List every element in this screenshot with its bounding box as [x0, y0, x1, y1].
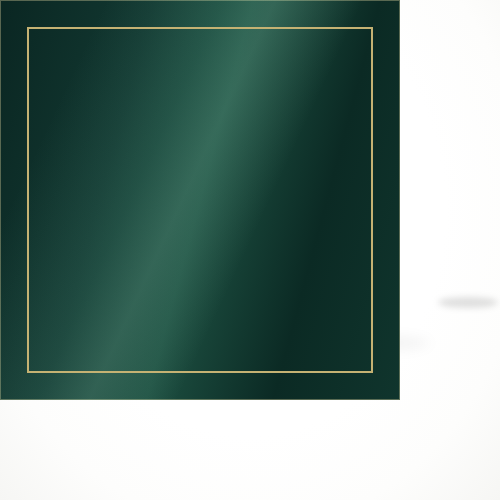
- product-photo-stage: [0, 0, 500, 500]
- pieces-layer: [0, 0, 500, 500]
